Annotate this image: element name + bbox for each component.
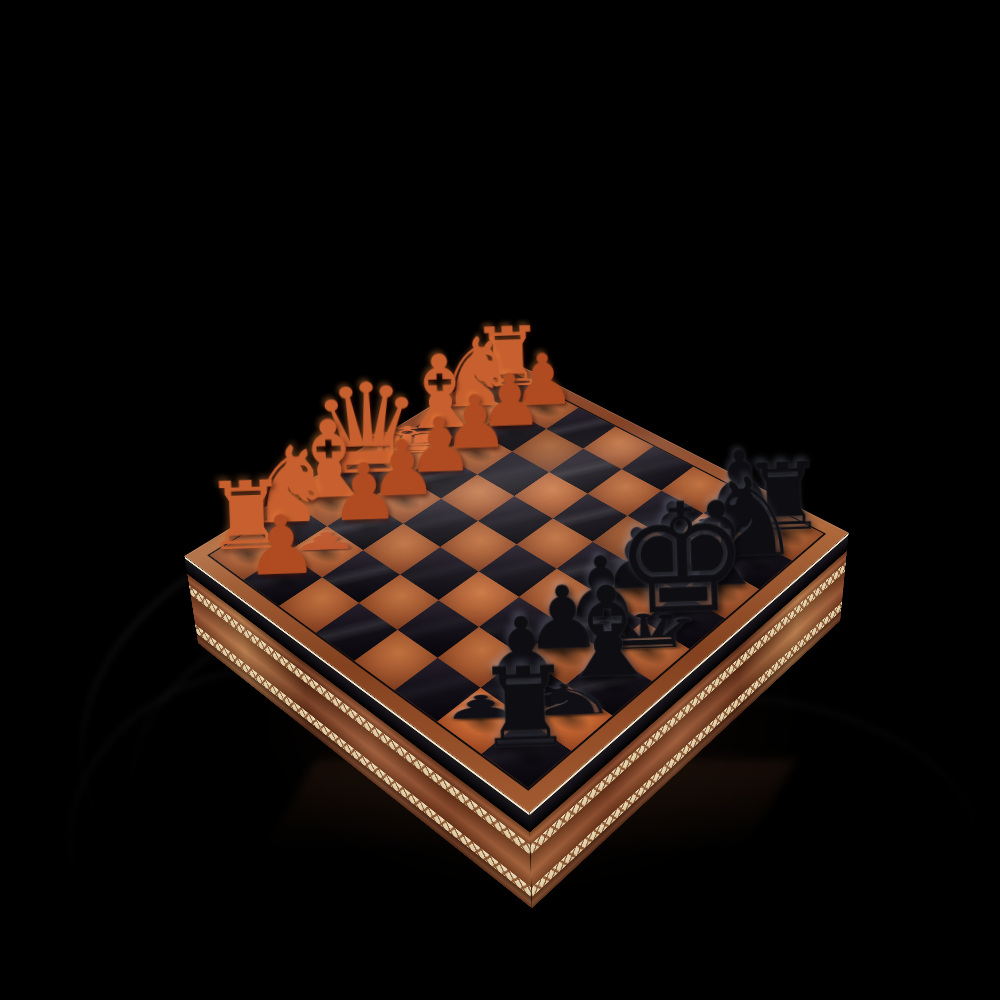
board-top: ♜♟♟♜♞♟♟♞♝♟♟♝♚♟♟♚♛♟♟♛♝♟♟♝♞♟♟♞♜♟♟♜ bbox=[184, 359, 848, 812]
table-tilt: ♜♟♟♜♞♟♟♞♝♟♟♝♚♟♟♚♛♟♟♛♝♟♟♝♞♟♟♞♜♟♟♜ bbox=[0, 0, 1000, 1000]
chess-board: ♜♟♟♜♞♟♟♞♝♟♟♝♚♟♟♚♛♟♟♛♝♟♟♝♞♟♟♞♜♟♟♜ bbox=[184, 359, 848, 812]
piece-red-pawn[interactable]: ♟ bbox=[328, 453, 401, 534]
piece-black-rook[interactable]: ♜ bbox=[474, 651, 577, 765]
square-a8[interactable]: ♜ bbox=[481, 718, 571, 788]
square-c2[interactable]: ♟ bbox=[328, 501, 403, 550]
piece-red-pawn[interactable]: ♟ bbox=[244, 504, 320, 588]
camera-perspective: ♜♟♟♜♞♟♟♞♝♟♟♝♚♟♟♚♛♟♟♛♝♟♟♝♞♟♟♞♜♟♟♜ bbox=[0, 0, 1000, 1000]
scene: ♜♟♟♜♞♟♟♞♝♟♟♝♚♟♟♚♛♟♟♛♝♟♟♝♞♟♟♞♜♟♟♜ bbox=[0, 0, 1000, 1000]
